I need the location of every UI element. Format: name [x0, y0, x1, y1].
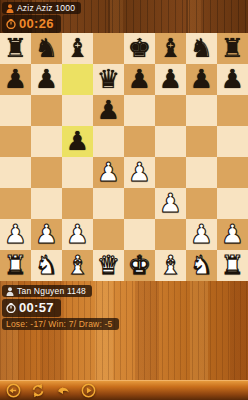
black-pawn: ♟ — [62, 126, 93, 157]
square-a8[interactable]: ♜ — [0, 33, 31, 64]
square-b4[interactable] — [31, 157, 62, 188]
square-f6[interactable] — [155, 95, 186, 126]
square-c1[interactable]: ♝ — [62, 250, 93, 281]
black-pawn: ♟ — [31, 64, 62, 95]
square-d5[interactable] — [93, 126, 124, 157]
square-f8[interactable]: ♝ — [155, 33, 186, 64]
square-b6[interactable] — [31, 95, 62, 126]
square-c5[interactable]: ♟ — [62, 126, 93, 157]
square-d2[interactable] — [93, 219, 124, 250]
square-g5[interactable] — [186, 126, 217, 157]
square-h4[interactable] — [217, 157, 248, 188]
score-stats-badge: Lose: -17/ Win: 7/ Draw: -5 — [2, 318, 119, 330]
square-f3[interactable]: ♟ — [155, 188, 186, 219]
square-e2[interactable] — [124, 219, 155, 250]
white-pawn: ♟ — [62, 219, 93, 250]
square-c4[interactable] — [62, 157, 93, 188]
undo-icon[interactable] — [55, 383, 71, 399]
square-h8[interactable]: ♜ — [217, 33, 248, 64]
black-pawn: ♟ — [93, 95, 124, 126]
white-pawn: ♟ — [217, 219, 248, 250]
black-queen: ♛ — [93, 64, 124, 95]
square-b7[interactable]: ♟ — [31, 64, 62, 95]
square-g8[interactable]: ♞ — [186, 33, 217, 64]
white-pawn: ♟ — [31, 219, 62, 250]
white-bishop: ♝ — [155, 250, 186, 281]
square-h5[interactable] — [217, 126, 248, 157]
square-a3[interactable] — [0, 188, 31, 219]
square-g2[interactable]: ♟ — [186, 219, 217, 250]
square-d4[interactable]: ♟ — [93, 157, 124, 188]
black-pawn: ♟ — [124, 64, 155, 95]
clock-icon — [6, 19, 16, 29]
square-e4[interactable]: ♟ — [124, 157, 155, 188]
square-e6[interactable] — [124, 95, 155, 126]
black-pawn: ♟ — [186, 64, 217, 95]
square-b2[interactable]: ♟ — [31, 219, 62, 250]
square-d3[interactable] — [93, 188, 124, 219]
white-pawn: ♟ — [93, 157, 124, 188]
square-h6[interactable] — [217, 95, 248, 126]
square-a6[interactable] — [0, 95, 31, 126]
white-rook: ♜ — [217, 250, 248, 281]
chess-app: Aziz Aziz 1000 00:26 ♜♞♝♚♝♞♜♟♟♛♟♟♟♟♟♟♟♟♟… — [0, 0, 248, 400]
square-h7[interactable]: ♟ — [217, 64, 248, 95]
black-bishop: ♝ — [62, 33, 93, 64]
black-king: ♚ — [124, 33, 155, 64]
square-f4[interactable] — [155, 157, 186, 188]
square-b3[interactable] — [31, 188, 62, 219]
square-e7[interactable]: ♟ — [124, 64, 155, 95]
square-h3[interactable] — [217, 188, 248, 219]
black-knight: ♞ — [31, 33, 62, 64]
square-c2[interactable]: ♟ — [62, 219, 93, 250]
bottom-toolbar — [0, 380, 248, 400]
square-b1[interactable]: ♞ — [31, 250, 62, 281]
square-a2[interactable]: ♟ — [0, 219, 31, 250]
square-d8[interactable] — [93, 33, 124, 64]
square-e1[interactable]: ♚ — [124, 250, 155, 281]
black-bishop: ♝ — [155, 33, 186, 64]
white-pawn: ♟ — [124, 157, 155, 188]
square-e8[interactable]: ♚ — [124, 33, 155, 64]
black-pawn: ♟ — [0, 64, 31, 95]
black-pawn: ♟ — [155, 64, 186, 95]
square-a7[interactable]: ♟ — [0, 64, 31, 95]
black-knight: ♞ — [186, 33, 217, 64]
square-d1[interactable]: ♛ — [93, 250, 124, 281]
bottom-clock-time: 00:57 — [19, 300, 54, 315]
white-knight: ♞ — [186, 250, 217, 281]
top-player-badge: Aziz Aziz 1000 — [2, 2, 81, 14]
person-icon — [6, 4, 14, 13]
top-clock-time: 00:26 — [19, 16, 54, 31]
square-g7[interactable]: ♟ — [186, 64, 217, 95]
back-icon[interactable] — [5, 383, 21, 399]
square-a5[interactable] — [0, 126, 31, 157]
person-icon — [6, 287, 14, 296]
white-rook: ♜ — [0, 250, 31, 281]
square-a1[interactable]: ♜ — [0, 250, 31, 281]
square-g6[interactable] — [186, 95, 217, 126]
flip-board-icon[interactable] — [30, 383, 46, 399]
square-f5[interactable] — [155, 126, 186, 157]
square-h2[interactable]: ♟ — [217, 219, 248, 250]
square-d7[interactable]: ♛ — [93, 64, 124, 95]
white-pawn: ♟ — [0, 219, 31, 250]
square-g3[interactable] — [186, 188, 217, 219]
chess-board: ♜♞♝♚♝♞♜♟♟♛♟♟♟♟♟♟♟♟♟♟♟♟♟♟♜♞♝♛♚♝♞♜ — [0, 33, 248, 281]
play-icon[interactable] — [80, 383, 96, 399]
square-e5[interactable] — [124, 126, 155, 157]
clock-icon — [6, 303, 16, 313]
square-d6[interactable]: ♟ — [93, 95, 124, 126]
square-b8[interactable]: ♞ — [31, 33, 62, 64]
bottom-player-name: Tan Nguyen 1148 — [17, 286, 86, 296]
square-c8[interactable]: ♝ — [62, 33, 93, 64]
square-c3[interactable] — [62, 188, 93, 219]
square-g1[interactable]: ♞ — [186, 250, 217, 281]
square-f7[interactable]: ♟ — [155, 64, 186, 95]
square-f1[interactable]: ♝ — [155, 250, 186, 281]
white-pawn: ♟ — [186, 219, 217, 250]
black-rook: ♜ — [0, 33, 31, 64]
white-pawn: ♟ — [155, 188, 186, 219]
bottom-player-badge: Tan Nguyen 1148 — [2, 285, 92, 297]
white-knight: ♞ — [31, 250, 62, 281]
black-rook: ♜ — [217, 33, 248, 64]
square-e3[interactable] — [124, 188, 155, 219]
square-f2[interactable] — [155, 219, 186, 250]
white-queen: ♛ — [93, 250, 124, 281]
square-h1[interactable]: ♜ — [217, 250, 248, 281]
score-stats-text: Lose: -17/ Win: 7/ Draw: -5 — [6, 319, 113, 329]
square-c7[interactable] — [62, 64, 93, 95]
top-player-clock: 00:26 — [2, 15, 61, 33]
square-b5[interactable] — [31, 126, 62, 157]
white-bishop: ♝ — [62, 250, 93, 281]
square-c6[interactable] — [62, 95, 93, 126]
top-player-name: Aziz Aziz 1000 — [17, 3, 75, 13]
black-pawn: ♟ — [217, 64, 248, 95]
square-g4[interactable] — [186, 157, 217, 188]
white-king: ♚ — [124, 250, 155, 281]
square-a4[interactable] — [0, 157, 31, 188]
bottom-player-clock: 00:57 — [2, 299, 61, 317]
